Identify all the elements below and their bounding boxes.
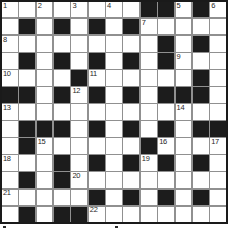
cell-r6c1[interactable]: [19, 104, 35, 119]
cell-r2c10[interactable]: [176, 36, 192, 51]
cell-r11c12[interactable]: [210, 190, 226, 205]
black-cell-r5c0: [2, 87, 18, 102]
black-cell-r7c12: [210, 121, 226, 136]
cell-r8c12[interactable]: 17: [210, 138, 226, 153]
cell-r8c4[interactable]: [71, 138, 87, 153]
cell-r2c6[interactable]: [106, 36, 122, 51]
clue-number-18: 18: [3, 155, 11, 163]
cell-r4c12[interactable]: [210, 70, 226, 85]
cell-r12c6[interactable]: [106, 207, 122, 222]
cell-r12c2[interactable]: [37, 207, 53, 222]
cell-r1c11[interactable]: [193, 19, 209, 34]
black-cell-r11c9: [158, 190, 174, 205]
cell-r6c4[interactable]: [71, 104, 87, 119]
black-cell-r7c9: [158, 121, 174, 136]
cell-r3c6[interactable]: [106, 53, 122, 68]
cell-r0c12[interactable]: 6: [210, 2, 226, 17]
cell-r1c12[interactable]: [210, 19, 226, 34]
cell-r3c4[interactable]: [71, 53, 87, 68]
cell-r10c11[interactable]: [193, 172, 209, 187]
cell-r3c11[interactable]: [193, 53, 209, 68]
clue-number-21: 21: [3, 190, 11, 198]
cell-r8c3[interactable]: [54, 138, 70, 153]
cell-r10c12[interactable]: [210, 172, 226, 187]
cell-r4c10[interactable]: [176, 70, 192, 85]
black-cell-r7c7: [123, 121, 139, 136]
cell-r6c9[interactable]: [158, 104, 174, 119]
clue-number-13: 13: [3, 104, 11, 112]
cell-r0c1[interactable]: [19, 2, 35, 17]
black-cell-r5c1: [19, 87, 35, 102]
cell-r11c3[interactable]: [54, 190, 70, 205]
cell-r4c1[interactable]: [19, 70, 35, 85]
cell-r7c4[interactable]: [71, 121, 87, 136]
cell-r10c7[interactable]: [123, 172, 139, 187]
cell-r7c6[interactable]: [106, 121, 122, 136]
black-cell-r3c9: [158, 53, 174, 68]
clue-number-12: 12: [72, 87, 80, 95]
cell-r8c2[interactable]: 15: [37, 138, 53, 153]
black-cell-r10c3: [54, 172, 70, 187]
cropped-text-artifact-mid: [115, 226, 118, 228]
black-cell-r7c3: [54, 121, 70, 136]
cell-r6c6[interactable]: [106, 104, 122, 119]
cell-r12c0[interactable]: [2, 207, 18, 222]
clue-number-6: 6: [211, 2, 215, 10]
clue-number-3: 3: [72, 2, 76, 10]
cell-r0c10[interactable]: 5: [176, 2, 192, 17]
black-cell-r10c1: [19, 172, 35, 187]
clue-number-15: 15: [38, 138, 46, 146]
black-cell-r3c3: [54, 53, 70, 68]
cell-r0c3[interactable]: [54, 2, 70, 17]
black-cell-r12c1: [19, 207, 35, 222]
black-cell-r5c3: [54, 87, 70, 102]
cell-r7c8[interactable]: [141, 121, 157, 136]
cell-r2c12[interactable]: [210, 36, 226, 51]
cell-r6c12[interactable]: [210, 104, 226, 119]
cell-r5c6[interactable]: [106, 87, 122, 102]
cell-r10c4[interactable]: 20: [71, 172, 87, 187]
black-cell-r1c3: [54, 19, 70, 34]
cell-r9c10[interactable]: [176, 155, 192, 170]
cell-r6c10[interactable]: 14: [176, 104, 192, 119]
cell-r3c8[interactable]: [141, 53, 157, 68]
black-cell-r5c11: [193, 87, 209, 102]
black-cell-r9c5: [89, 155, 105, 170]
cell-r12c10[interactable]: [176, 207, 192, 222]
cell-r9c8[interactable]: 19: [141, 155, 157, 170]
cell-r9c6[interactable]: [106, 155, 122, 170]
clue-number-9: 9: [177, 53, 181, 61]
black-cell-r5c9: [158, 87, 174, 102]
cell-r4c6[interactable]: [106, 70, 122, 85]
cell-r0c2[interactable]: 2: [37, 2, 53, 17]
cell-r12c11[interactable]: [193, 207, 209, 222]
cell-r4c5[interactable]: 11: [89, 70, 105, 85]
cell-r12c5[interactable]: 22: [89, 207, 105, 222]
cell-r3c0[interactable]: [2, 53, 18, 68]
cell-r5c8[interactable]: [141, 87, 157, 102]
cell-r4c8[interactable]: [141, 70, 157, 85]
cell-r12c12[interactable]: [210, 207, 226, 222]
black-cell-r11c5: [89, 190, 105, 205]
clue-number-17: 17: [211, 138, 219, 146]
cell-r8c9[interactable]: 16: [158, 138, 174, 153]
cell-r1c6[interactable]: [106, 19, 122, 34]
cell-r6c2[interactable]: [37, 104, 53, 119]
black-cell-r7c2: [37, 121, 53, 136]
cell-r1c9[interactable]: [158, 19, 174, 34]
black-cell-r3c5: [89, 53, 105, 68]
cell-r6c5[interactable]: [89, 104, 105, 119]
cell-r8c10[interactable]: [176, 138, 192, 153]
cell-r8c0[interactable]: [2, 138, 18, 153]
crossword-grid: 12345678910111213141516171819202122: [0, 0, 228, 224]
cell-r6c11[interactable]: [193, 104, 209, 119]
cell-r10c0[interactable]: [2, 172, 18, 187]
black-cell-r5c10: [176, 87, 192, 102]
clue-number-4: 4: [107, 2, 111, 10]
clue-number-11: 11: [90, 70, 97, 78]
clue-number-14: 14: [177, 104, 185, 112]
cell-r1c4[interactable]: [71, 19, 87, 34]
cell-r7c0[interactable]: [2, 121, 18, 136]
cell-r1c0[interactable]: [2, 19, 18, 34]
black-cell-r0c11: [193, 2, 209, 17]
cell-r9c0[interactable]: 18: [2, 155, 18, 170]
clue-number-2: 2: [38, 2, 42, 10]
cell-r4c0[interactable]: 10: [2, 70, 18, 85]
cell-r9c12[interactable]: [210, 155, 226, 170]
cell-r12c8[interactable]: [141, 207, 157, 222]
cell-r2c5[interactable]: [89, 36, 105, 51]
clue-number-7: 7: [142, 19, 146, 27]
black-cell-r9c11: [193, 155, 209, 170]
cell-r11c6[interactable]: [106, 190, 122, 205]
black-cell-r8c1: [19, 138, 35, 153]
cell-r0c0[interactable]: 1: [2, 2, 18, 17]
black-cell-r3c1: [19, 53, 35, 68]
cell-r2c7[interactable]: [123, 36, 139, 51]
cell-r5c2[interactable]: [37, 87, 53, 102]
cell-r9c1[interactable]: [19, 155, 35, 170]
clue-number-8: 8: [3, 36, 7, 44]
black-cell-r8c8: [141, 138, 157, 153]
cell-r0c4[interactable]: 3: [71, 2, 87, 17]
cell-r10c8[interactable]: [141, 172, 157, 187]
clue-number-1: 1: [3, 2, 7, 10]
cell-r10c5[interactable]: [89, 172, 105, 187]
clue-number-5: 5: [177, 2, 181, 10]
cell-r0c7[interactable]: [123, 2, 139, 17]
black-cell-r2c9: [158, 36, 174, 51]
black-cell-r11c7: [123, 190, 139, 205]
crossword-page: 12345678910111213141516171819202122: [0, 0, 228, 228]
cell-r10c6[interactable]: [106, 172, 122, 187]
cell-r6c8[interactable]: [141, 104, 157, 119]
cell-r10c2[interactable]: [37, 172, 53, 187]
black-cell-r4c11: [193, 70, 209, 85]
cell-r6c0[interactable]: 13: [2, 104, 18, 119]
black-cell-r1c1: [19, 19, 35, 34]
cell-r2c3[interactable]: [54, 36, 70, 51]
cell-r8c6[interactable]: [106, 138, 122, 153]
cell-r6c3[interactable]: [54, 104, 70, 119]
cell-r4c2[interactable]: [37, 70, 53, 85]
cell-r11c8[interactable]: [141, 190, 157, 205]
cell-r7c10[interactable]: [176, 121, 192, 136]
clue-number-19: 19: [142, 155, 150, 163]
cell-r11c2[interactable]: [37, 190, 53, 205]
cell-r12c9[interactable]: [158, 207, 174, 222]
cell-r0c5[interactable]: [89, 2, 105, 17]
clue-number-22: 22: [90, 207, 98, 215]
black-cell-r11c11: [193, 190, 209, 205]
cell-r9c2[interactable]: [37, 155, 53, 170]
cell-r2c8[interactable]: [141, 36, 157, 51]
cell-r11c10[interactable]: [176, 190, 192, 205]
cell-r11c1[interactable]: [19, 190, 35, 205]
cell-r8c11[interactable]: [193, 138, 209, 153]
cell-r11c4[interactable]: [71, 190, 87, 205]
black-cell-r9c7: [123, 155, 139, 170]
cell-r6c7[interactable]: [123, 104, 139, 119]
black-cell-r1c7: [123, 19, 139, 34]
black-cell-r12c3: [54, 207, 70, 222]
cell-r1c8[interactable]: 7: [141, 19, 157, 34]
black-cell-r9c3: [54, 155, 70, 170]
cell-r10c10[interactable]: [176, 172, 192, 187]
black-cell-r1c5: [89, 19, 105, 34]
cell-r2c1[interactable]: [19, 36, 35, 51]
clue-number-16: 16: [159, 138, 167, 146]
cell-r2c2[interactable]: [37, 36, 53, 51]
black-cell-r7c5: [89, 121, 105, 136]
cell-r12c7[interactable]: [123, 207, 139, 222]
clue-number-20: 20: [72, 172, 80, 180]
black-cell-r7c1: [19, 121, 35, 136]
cell-r1c2[interactable]: [37, 19, 53, 34]
cell-r4c7[interactable]: [123, 70, 139, 85]
cell-r8c5[interactable]: [89, 138, 105, 153]
cropped-text-artifact-left: [3, 226, 6, 228]
cell-r1c10[interactable]: [176, 19, 192, 34]
cell-r2c4[interactable]: [71, 36, 87, 51]
cell-r2c0[interactable]: 8: [2, 36, 18, 51]
black-cell-r0c8: [141, 2, 157, 17]
black-cell-r9c9: [158, 155, 174, 170]
cell-r5c4[interactable]: 12: [71, 87, 87, 102]
cell-r4c3[interactable]: [54, 70, 70, 85]
clue-number-10: 10: [3, 70, 11, 78]
black-cell-r3c7: [123, 53, 139, 68]
black-cell-r2c11: [193, 36, 209, 51]
cell-r3c2[interactable]: [37, 53, 53, 68]
cell-r11c0[interactable]: 21: [2, 190, 18, 205]
black-cell-r5c5: [89, 87, 105, 102]
black-cell-r4c4: [71, 70, 87, 85]
cell-r0c6[interactable]: 4: [106, 2, 122, 17]
cell-r5c12[interactable]: [210, 87, 226, 102]
black-cell-r7c11: [193, 121, 209, 136]
cell-r3c10[interactable]: 9: [176, 53, 192, 68]
black-cell-r12c4: [71, 207, 87, 222]
black-cell-r0c9: [158, 2, 174, 17]
cell-r8c7[interactable]: [123, 138, 139, 153]
cell-r4c9[interactable]: [158, 70, 174, 85]
cell-r10c9[interactable]: [158, 172, 174, 187]
cell-r9c4[interactable]: [71, 155, 87, 170]
black-cell-r5c7: [123, 87, 139, 102]
cell-r3c12[interactable]: [210, 53, 226, 68]
